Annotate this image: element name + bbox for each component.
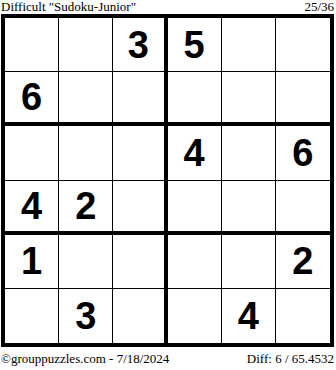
- cell-r5c5-empty[interactable]: [222, 235, 276, 289]
- cell-r4c6-empty[interactable]: [276, 181, 330, 235]
- cell-r6c2-given: 3: [59, 289, 113, 343]
- cell-r2c6-empty[interactable]: [276, 72, 330, 126]
- cell-r2c2-empty[interactable]: [59, 72, 113, 126]
- puzzle-page: Difficult "Sudoku-Junior" 25/36 35646421…: [0, 0, 336, 370]
- cell-r3c3-empty[interactable]: [113, 126, 167, 180]
- cell-r5c1-given: 1: [5, 235, 59, 289]
- puzzle-title: Difficult "Sudoku-Junior": [1, 0, 136, 13]
- footer: ©grouppuzzles.com - 7/18/2024 Diff: 6 / …: [0, 352, 336, 366]
- clue-counter: 25/36: [304, 0, 334, 13]
- copyright-text: ©grouppuzzles.com - 7/18/2024: [1, 352, 169, 366]
- cell-r1c2-empty[interactable]: [59, 18, 113, 72]
- cell-r6c4-empty[interactable]: [168, 289, 222, 343]
- sudoku-board: 35646421234: [1, 14, 334, 347]
- cell-r1c1-empty[interactable]: [5, 18, 59, 72]
- cell-r2c4-empty[interactable]: [168, 72, 222, 126]
- cell-r1c6-empty[interactable]: [276, 18, 330, 72]
- cell-r1c5-empty[interactable]: [222, 18, 276, 72]
- cell-r2c5-empty[interactable]: [222, 72, 276, 126]
- cell-r3c5-empty[interactable]: [222, 126, 276, 180]
- cell-r4c2-given: 2: [59, 181, 113, 235]
- cell-r1c4-given: 5: [168, 18, 222, 72]
- cell-r4c5-empty[interactable]: [222, 181, 276, 235]
- cell-r2c3-empty[interactable]: [113, 72, 167, 126]
- cell-r5c6-given: 2: [276, 235, 330, 289]
- cell-r4c3-empty[interactable]: [113, 181, 167, 235]
- cell-r3c4-given: 4: [168, 126, 222, 180]
- cell-r2c1-given: 6: [5, 72, 59, 126]
- difficulty-text: Diff: 6 / 65.4532: [247, 352, 334, 366]
- cell-r5c2-empty[interactable]: [59, 235, 113, 289]
- cell-r1c3-given: 3: [113, 18, 167, 72]
- cell-r3c1-empty[interactable]: [5, 126, 59, 180]
- cell-r6c5-given: 4: [222, 289, 276, 343]
- cell-r4c1-given: 4: [5, 181, 59, 235]
- cell-r6c3-empty[interactable]: [113, 289, 167, 343]
- cell-r6c1-empty[interactable]: [5, 289, 59, 343]
- header: Difficult "Sudoku-Junior" 25/36: [0, 0, 336, 14]
- cell-r3c2-empty[interactable]: [59, 126, 113, 180]
- cell-r4c4-empty[interactable]: [168, 181, 222, 235]
- cell-r5c4-empty[interactable]: [168, 235, 222, 289]
- cell-r6c6-empty[interactable]: [276, 289, 330, 343]
- cell-r5c3-empty[interactable]: [113, 235, 167, 289]
- cell-r3c6-given: 6: [276, 126, 330, 180]
